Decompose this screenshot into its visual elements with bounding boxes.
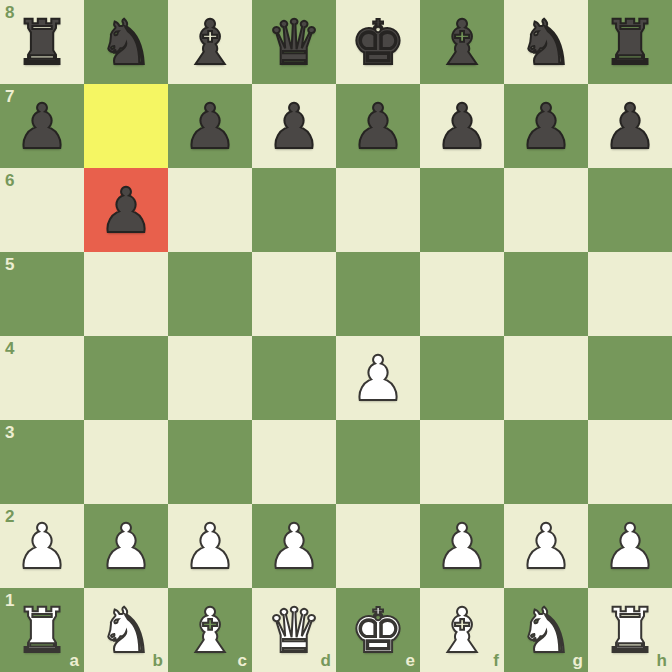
square-c6[interactable] xyxy=(168,168,252,252)
square-c3[interactable] xyxy=(168,420,252,504)
square-h8[interactable]: ♜ xyxy=(588,0,672,84)
square-b4[interactable] xyxy=(84,336,168,420)
square-f6[interactable] xyxy=(420,168,504,252)
square-g5[interactable] xyxy=(504,252,588,336)
square-c5[interactable] xyxy=(168,252,252,336)
square-a6[interactable]: 6 xyxy=(0,168,84,252)
square-a8[interactable]: 8♜ xyxy=(0,0,84,84)
piece-white-knight-g1[interactable]: ♞ xyxy=(504,592,588,670)
square-c2[interactable]: ♟ xyxy=(168,504,252,588)
piece-white-pawn-f2[interactable]: ♟ xyxy=(420,508,504,586)
square-d8[interactable]: ♛ xyxy=(252,0,336,84)
square-d1[interactable]: d♛ xyxy=(252,588,336,672)
square-h3[interactable] xyxy=(588,420,672,504)
square-g2[interactable]: ♟ xyxy=(504,504,588,588)
piece-white-rook-a1[interactable]: ♜ xyxy=(0,592,84,670)
square-h5[interactable] xyxy=(588,252,672,336)
piece-black-pawn-e7[interactable]: ♟ xyxy=(336,88,420,166)
square-h7[interactable]: ♟ xyxy=(588,84,672,168)
piece-black-pawn-b6[interactable]: ♟ xyxy=(84,172,168,250)
piece-white-pawn-a2[interactable]: ♟ xyxy=(0,508,84,586)
square-d3[interactable] xyxy=(252,420,336,504)
square-f5[interactable] xyxy=(420,252,504,336)
piece-black-pawn-f7[interactable]: ♟ xyxy=(420,88,504,166)
square-c1[interactable]: c♝ xyxy=(168,588,252,672)
square-a5[interactable]: 5 xyxy=(0,252,84,336)
square-b6[interactable]: ♟ xyxy=(84,168,168,252)
square-e7[interactable]: ♟ xyxy=(336,84,420,168)
piece-black-bishop-f8[interactable]: ♝ xyxy=(420,4,504,82)
piece-white-king-e1[interactable]: ♚ xyxy=(336,592,420,670)
square-g7[interactable]: ♟ xyxy=(504,84,588,168)
square-f8[interactable]: ♝ xyxy=(420,0,504,84)
piece-black-knight-g8[interactable]: ♞ xyxy=(504,4,588,82)
piece-white-pawn-h2[interactable]: ♟ xyxy=(588,508,672,586)
piece-black-pawn-g7[interactable]: ♟ xyxy=(504,88,588,166)
square-a2[interactable]: 2♟ xyxy=(0,504,84,588)
square-h2[interactable]: ♟ xyxy=(588,504,672,588)
piece-white-pawn-g2[interactable]: ♟ xyxy=(504,508,588,586)
piece-black-rook-h8[interactable]: ♜ xyxy=(588,4,672,82)
square-b3[interactable] xyxy=(84,420,168,504)
piece-white-pawn-e4[interactable]: ♟ xyxy=(336,340,420,418)
square-a3[interactable]: 3 xyxy=(0,420,84,504)
square-c7[interactable]: ♟ xyxy=(168,84,252,168)
piece-black-pawn-a7[interactable]: ♟ xyxy=(0,88,84,166)
square-g6[interactable] xyxy=(504,168,588,252)
piece-white-queen-d1[interactable]: ♛ xyxy=(252,592,336,670)
square-e1[interactable]: e♚ xyxy=(336,588,420,672)
square-e3[interactable] xyxy=(336,420,420,504)
piece-black-pawn-h7[interactable]: ♟ xyxy=(588,88,672,166)
piece-white-bishop-f1[interactable]: ♝ xyxy=(420,592,504,670)
piece-black-pawn-d7[interactable]: ♟ xyxy=(252,88,336,166)
square-g4[interactable] xyxy=(504,336,588,420)
square-a7[interactable]: 7♟ xyxy=(0,84,84,168)
square-h4[interactable] xyxy=(588,336,672,420)
square-f3[interactable] xyxy=(420,420,504,504)
square-b1[interactable]: b♞ xyxy=(84,588,168,672)
square-e5[interactable] xyxy=(336,252,420,336)
square-g1[interactable]: g♞ xyxy=(504,588,588,672)
square-g8[interactable]: ♞ xyxy=(504,0,588,84)
piece-white-bishop-c1[interactable]: ♝ xyxy=(168,592,252,670)
chess-board: 8♜♞♝♛♚♝♞♜7♟♟♟♟♟♟♟6♟54♟32♟♟♟♟♟♟♟1a♜b♞c♝d♛… xyxy=(0,0,672,672)
square-c4[interactable] xyxy=(168,336,252,420)
piece-white-pawn-d2[interactable]: ♟ xyxy=(252,508,336,586)
coord-rank-3: 3 xyxy=(5,424,14,441)
square-c8[interactable]: ♝ xyxy=(168,0,252,84)
square-e2[interactable] xyxy=(336,504,420,588)
square-d7[interactable]: ♟ xyxy=(252,84,336,168)
square-b8[interactable]: ♞ xyxy=(84,0,168,84)
square-h1[interactable]: h♜ xyxy=(588,588,672,672)
square-a4[interactable]: 4 xyxy=(0,336,84,420)
square-f1[interactable]: f♝ xyxy=(420,588,504,672)
coord-rank-4: 4 xyxy=(5,340,14,357)
square-d4[interactable] xyxy=(252,336,336,420)
piece-black-queen-d8[interactable]: ♛ xyxy=(252,4,336,82)
piece-black-bishop-c8[interactable]: ♝ xyxy=(168,4,252,82)
square-a1[interactable]: 1a♜ xyxy=(0,588,84,672)
coord-rank-5: 5 xyxy=(5,256,14,273)
square-e6[interactable] xyxy=(336,168,420,252)
square-h6[interactable] xyxy=(588,168,672,252)
piece-white-rook-h1[interactable]: ♜ xyxy=(588,592,672,670)
square-d6[interactable] xyxy=(252,168,336,252)
square-f4[interactable] xyxy=(420,336,504,420)
piece-black-pawn-c7[interactable]: ♟ xyxy=(168,88,252,166)
coord-rank-6: 6 xyxy=(5,172,14,189)
piece-black-knight-b8[interactable]: ♞ xyxy=(84,4,168,82)
piece-white-pawn-c2[interactable]: ♟ xyxy=(168,508,252,586)
square-b2[interactable]: ♟ xyxy=(84,504,168,588)
square-e8[interactable]: ♚ xyxy=(336,0,420,84)
square-f2[interactable]: ♟ xyxy=(420,504,504,588)
chess-board-container: 8♜♞♝♛♚♝♞♜7♟♟♟♟♟♟♟6♟54♟32♟♟♟♟♟♟♟1a♜b♞c♝d♛… xyxy=(0,0,672,672)
square-b5[interactable] xyxy=(84,252,168,336)
square-d5[interactable] xyxy=(252,252,336,336)
piece-black-king-e8[interactable]: ♚ xyxy=(336,4,420,82)
piece-white-knight-b1[interactable]: ♞ xyxy=(84,592,168,670)
square-d2[interactable]: ♟ xyxy=(252,504,336,588)
square-f7[interactable]: ♟ xyxy=(420,84,504,168)
square-b7[interactable] xyxy=(84,84,168,168)
square-g3[interactable] xyxy=(504,420,588,504)
piece-white-pawn-b2[interactable]: ♟ xyxy=(84,508,168,586)
piece-black-rook-a8[interactable]: ♜ xyxy=(0,4,84,82)
square-e4[interactable]: ♟ xyxy=(336,336,420,420)
